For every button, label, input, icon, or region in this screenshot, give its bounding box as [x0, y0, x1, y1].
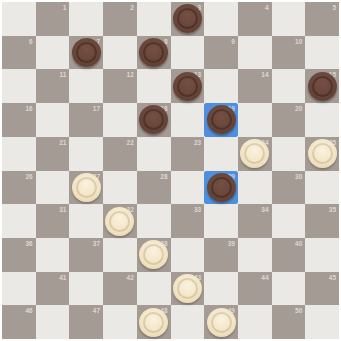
square-number: 34	[261, 206, 268, 213]
square-number: 23	[194, 139, 201, 146]
square-number: 26	[25, 173, 32, 180]
black-man[interactable]	[139, 105, 168, 134]
square-light-r2c6	[204, 69, 238, 103]
draughts-board: 1234567891011121314151617181920212223242…	[2, 2, 339, 339]
black-man[interactable]	[207, 105, 236, 134]
square-light-r2c0	[2, 69, 36, 103]
square-light-r5c3	[103, 171, 137, 205]
square-15[interactable]: 15	[305, 69, 339, 103]
square-light-r9c9	[305, 305, 339, 339]
square-14[interactable]: 14	[238, 69, 272, 103]
black-man[interactable]	[308, 72, 337, 101]
square-light-r9c1	[36, 305, 70, 339]
square-17[interactable]: 17	[69, 103, 103, 137]
square-light-r5c7	[238, 171, 272, 205]
square-light-r4c6	[204, 137, 238, 171]
square-number: 11	[60, 71, 67, 78]
white-man[interactable]	[139, 308, 168, 337]
square-light-r7c9	[305, 238, 339, 272]
square-number: 50	[295, 307, 302, 314]
square-number: 14	[261, 71, 268, 78]
square-number: 16	[25, 105, 32, 112]
square-light-r1c9	[305, 36, 339, 70]
square-19[interactable]: 19	[204, 103, 238, 137]
square-light-r5c5	[171, 171, 205, 205]
square-number: 39	[228, 240, 235, 247]
square-light-r5c9	[305, 171, 339, 205]
square-42[interactable]: 42	[103, 272, 137, 306]
square-50[interactable]: 50	[272, 305, 306, 339]
square-2[interactable]: 2	[103, 2, 137, 36]
square-light-r2c8	[272, 69, 306, 103]
square-18[interactable]: 18	[137, 103, 171, 137]
square-light-r0c4	[137, 2, 171, 36]
white-man[interactable]	[105, 207, 134, 236]
square-number: 36	[25, 240, 32, 247]
square-number: 5	[332, 4, 336, 11]
square-32[interactable]: 32	[103, 204, 137, 238]
square-light-r2c2	[69, 69, 103, 103]
square-30[interactable]: 30	[272, 171, 306, 205]
square-number: 30	[295, 173, 302, 180]
square-light-r6c0	[2, 204, 36, 238]
black-man[interactable]	[173, 4, 202, 33]
square-light-r6c8	[272, 204, 306, 238]
square-light-r7c7	[238, 238, 272, 272]
square-light-r4c2	[69, 137, 103, 171]
square-light-r3c7	[238, 103, 272, 137]
square-46[interactable]: 46	[2, 305, 36, 339]
square-light-r4c8	[272, 137, 306, 171]
square-20[interactable]: 20	[272, 103, 306, 137]
square-light-r5c1	[36, 171, 70, 205]
square-4[interactable]: 4	[238, 2, 272, 36]
square-number: 47	[93, 307, 100, 314]
square-36[interactable]: 36	[2, 238, 36, 272]
board-margin: 1234567891011121314151617181920212223242…	[0, 0, 341, 341]
square-number: 35	[329, 206, 336, 213]
square-light-r0c6	[204, 2, 238, 36]
square-number: 2	[130, 4, 134, 11]
square-light-r4c4	[137, 137, 171, 171]
square-light-r7c3	[103, 238, 137, 272]
square-number: 45	[329, 274, 336, 281]
square-25[interactable]: 25	[305, 137, 339, 171]
square-number: 17	[93, 105, 100, 112]
square-34[interactable]: 34	[238, 204, 272, 238]
square-48[interactable]: 48	[137, 305, 171, 339]
square-light-r2c4	[137, 69, 171, 103]
square-light-r8c8	[272, 272, 306, 306]
square-number: 6	[29, 38, 33, 45]
white-man[interactable]	[240, 139, 269, 168]
square-number: 20	[295, 105, 302, 112]
square-light-r3c1	[36, 103, 70, 137]
white-man[interactable]	[207, 308, 236, 337]
square-35[interactable]: 35	[305, 204, 339, 238]
square-light-r8c6	[204, 272, 238, 306]
white-man[interactable]	[173, 274, 202, 303]
square-number: 9	[231, 38, 235, 45]
square-23[interactable]: 23	[171, 137, 205, 171]
square-39[interactable]: 39	[204, 238, 238, 272]
square-22[interactable]: 22	[103, 137, 137, 171]
square-number: 42	[127, 274, 134, 281]
square-12[interactable]: 12	[103, 69, 137, 103]
square-light-r9c5	[171, 305, 205, 339]
square-number: 28	[160, 173, 167, 180]
square-number: 21	[59, 139, 66, 146]
square-33[interactable]: 33	[171, 204, 205, 238]
black-man[interactable]	[173, 72, 202, 101]
square-10[interactable]: 10	[272, 36, 306, 70]
square-light-r8c2	[69, 272, 103, 306]
square-light-r6c6	[204, 204, 238, 238]
square-light-r3c3	[103, 103, 137, 137]
square-light-r1c3	[103, 36, 137, 70]
square-47[interactable]: 47	[69, 305, 103, 339]
square-16[interactable]: 16	[2, 103, 36, 137]
square-light-r1c7	[238, 36, 272, 70]
square-6[interactable]: 6	[2, 36, 36, 70]
square-38[interactable]: 38	[137, 238, 171, 272]
white-man[interactable]	[139, 240, 168, 269]
square-11[interactable]: 11	[36, 69, 70, 103]
square-number: 33	[194, 206, 201, 213]
square-44[interactable]: 44	[238, 272, 272, 306]
square-37[interactable]: 37	[69, 238, 103, 272]
square-light-r6c2	[69, 204, 103, 238]
square-number: 41	[59, 274, 66, 281]
square-13[interactable]: 13	[171, 69, 205, 103]
square-light-r0c2	[69, 2, 103, 36]
square-light-r1c5	[171, 36, 205, 70]
square-number: 40	[295, 240, 302, 247]
square-5[interactable]: 5	[305, 2, 339, 36]
square-29[interactable]: 29	[204, 171, 238, 205]
square-31[interactable]: 31	[36, 204, 70, 238]
white-man[interactable]	[308, 139, 337, 168]
square-number: 10	[295, 38, 302, 45]
square-number: 4	[265, 4, 269, 11]
square-light-r0c8	[272, 2, 306, 36]
square-light-r4c0	[2, 137, 36, 171]
square-light-r7c1	[36, 238, 70, 272]
square-light-r9c7	[238, 305, 272, 339]
square-9[interactable]: 9	[204, 36, 238, 70]
black-man[interactable]	[139, 38, 168, 67]
square-43[interactable]: 43	[171, 272, 205, 306]
square-3[interactable]: 3	[171, 2, 205, 36]
square-number: 12	[127, 71, 134, 78]
square-28[interactable]: 28	[137, 171, 171, 205]
square-41[interactable]: 41	[36, 272, 70, 306]
square-7[interactable]: 7	[69, 36, 103, 70]
square-21[interactable]: 21	[36, 137, 70, 171]
square-40[interactable]: 40	[272, 238, 306, 272]
black-man[interactable]	[72, 38, 101, 67]
square-number: 44	[261, 274, 268, 281]
white-man[interactable]	[72, 173, 101, 202]
square-light-r3c5	[171, 103, 205, 137]
square-light-r3c9	[305, 103, 339, 137]
square-number: 37	[93, 240, 100, 247]
square-1[interactable]: 1	[36, 2, 70, 36]
square-light-r9c3	[103, 305, 137, 339]
square-light-r8c4	[137, 272, 171, 306]
square-8[interactable]: 8	[137, 36, 171, 70]
square-number: 31	[59, 206, 66, 213]
black-man[interactable]	[207, 173, 236, 202]
square-26[interactable]: 26	[2, 171, 36, 205]
square-number: 1	[63, 4, 67, 11]
square-light-r7c5	[171, 238, 205, 272]
square-light-r0c0	[2, 2, 36, 36]
square-light-r1c1	[36, 36, 70, 70]
square-24[interactable]: 24	[238, 137, 272, 171]
square-45[interactable]: 45	[305, 272, 339, 306]
square-number: 46	[25, 307, 32, 314]
square-27[interactable]: 27	[69, 171, 103, 205]
square-49[interactable]: 49	[204, 305, 238, 339]
square-light-r8c0	[2, 272, 36, 306]
square-light-r6c4	[137, 204, 171, 238]
square-number: 22	[127, 139, 134, 146]
